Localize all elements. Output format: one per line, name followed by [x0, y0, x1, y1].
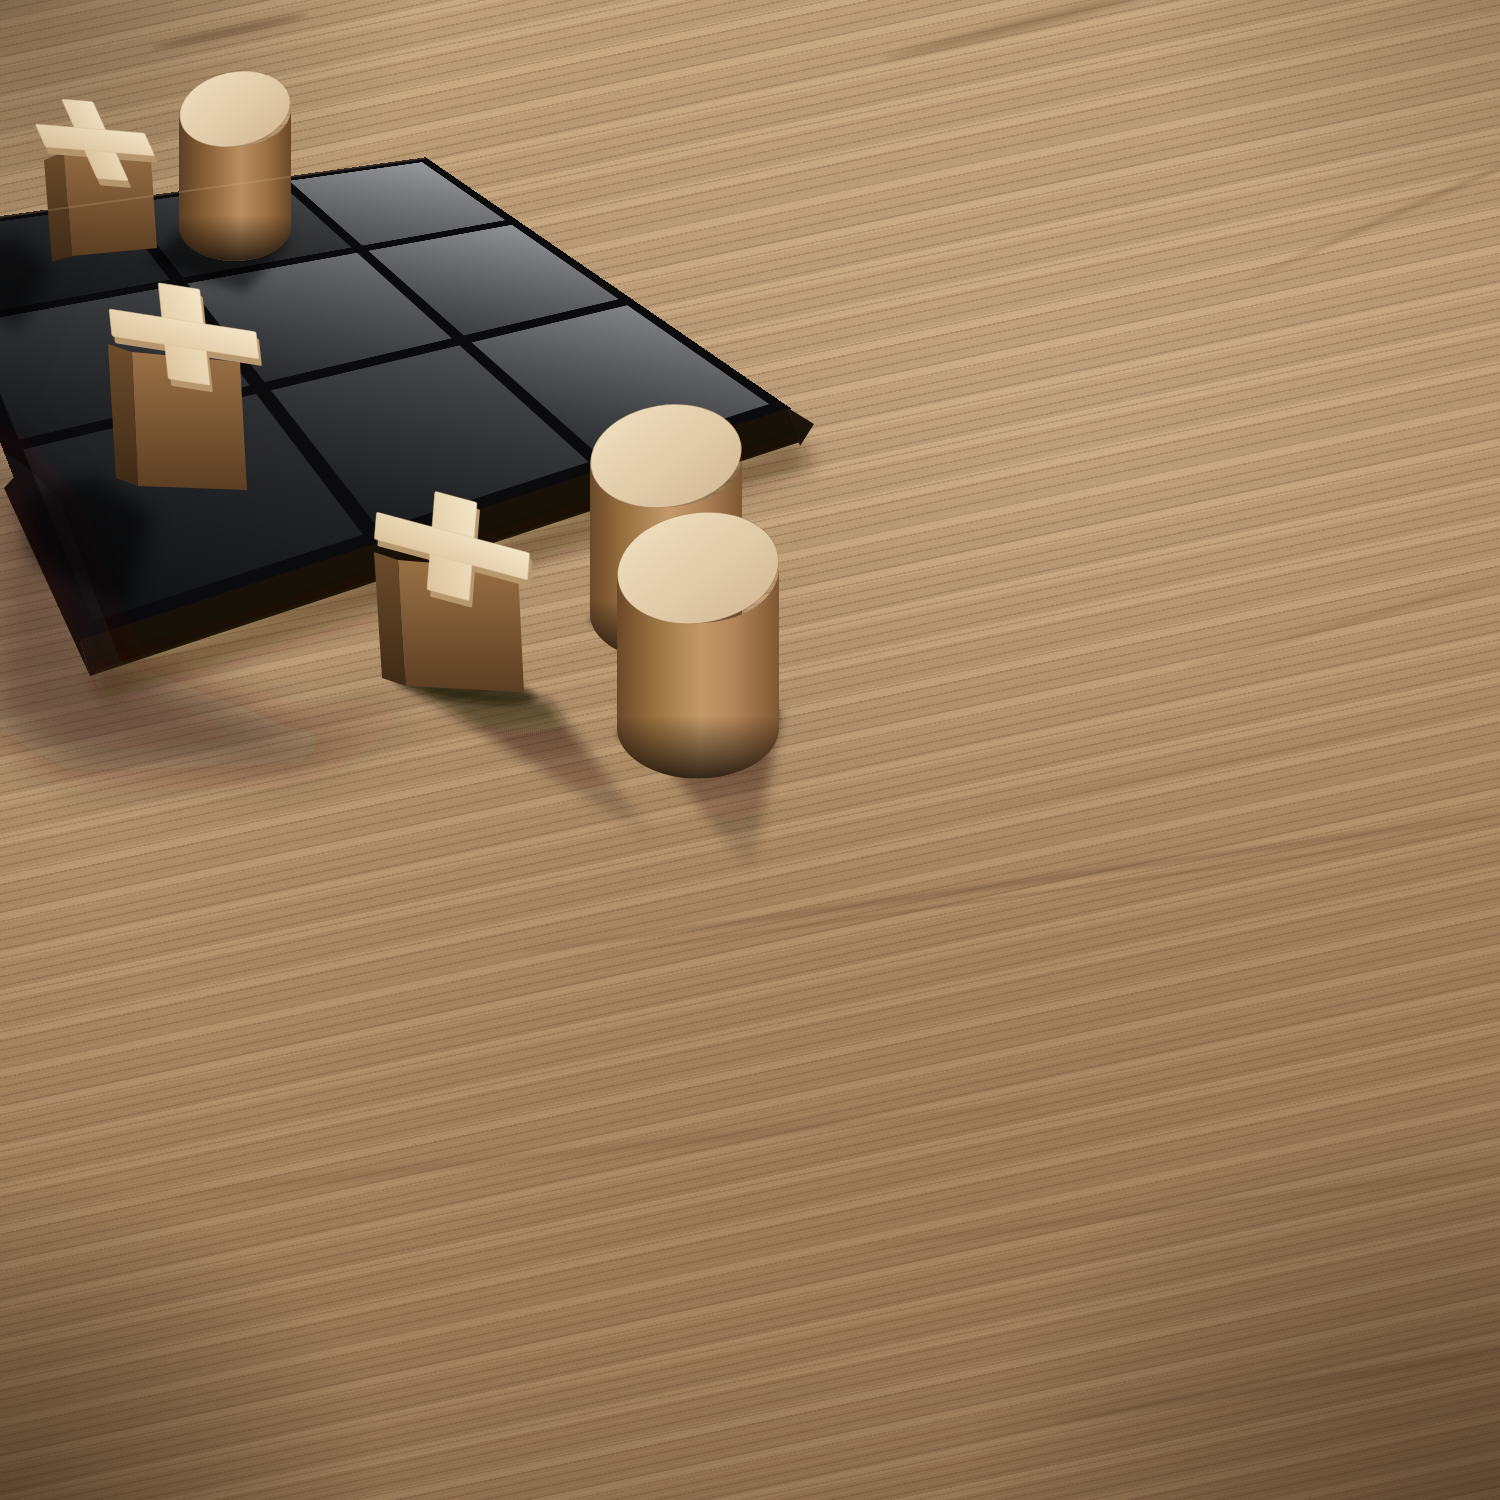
scene-root: { "game": "tic-tac-toe", "position": { "… [0, 0, 1500, 1500]
